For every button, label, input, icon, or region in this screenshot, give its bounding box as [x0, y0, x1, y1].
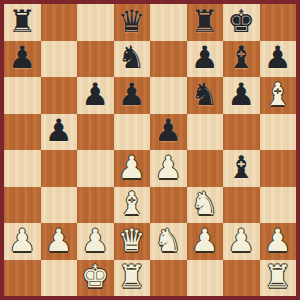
- white-rook: ♜: [118, 261, 146, 292]
- square-d8[interactable]: ♛: [114, 4, 151, 41]
- square-g7[interactable]: ♝: [223, 41, 260, 78]
- black-bishop: ♝: [227, 152, 255, 183]
- white-pawn: ♟: [191, 225, 219, 256]
- square-a2[interactable]: ♟: [4, 223, 41, 260]
- square-c7[interactable]: [77, 41, 114, 78]
- square-g6[interactable]: ♟: [223, 77, 260, 114]
- square-a3[interactable]: [4, 187, 41, 224]
- square-a5[interactable]: [4, 114, 41, 151]
- white-pawn: ♟: [8, 225, 36, 256]
- square-h3[interactable]: [260, 187, 297, 224]
- square-h4[interactable]: [260, 150, 297, 187]
- square-e1[interactable]: [150, 260, 187, 297]
- square-d4[interactable]: ♟: [114, 150, 151, 187]
- black-pawn: ♟: [227, 79, 255, 110]
- white-king: ♚: [81, 261, 109, 292]
- square-e3[interactable]: [150, 187, 187, 224]
- black-pawn: ♟: [154, 115, 182, 146]
- white-bishop: ♝: [118, 188, 146, 219]
- square-b7[interactable]: [41, 41, 78, 78]
- square-d5[interactable]: [114, 114, 151, 151]
- black-queen: ♛: [118, 6, 146, 37]
- square-d1[interactable]: ♜: [114, 260, 151, 297]
- black-rook: ♜: [8, 6, 36, 37]
- square-c4[interactable]: [77, 150, 114, 187]
- square-f2[interactable]: ♟: [187, 223, 224, 260]
- black-pawn: ♟: [264, 42, 292, 73]
- square-b4[interactable]: [41, 150, 78, 187]
- black-pawn: ♟: [45, 115, 73, 146]
- square-g8[interactable]: ♚: [223, 4, 260, 41]
- black-pawn: ♟: [118, 79, 146, 110]
- white-pawn: ♟: [118, 152, 146, 183]
- square-b3[interactable]: [41, 187, 78, 224]
- white-pawn: ♟: [264, 225, 292, 256]
- square-d6[interactable]: ♟: [114, 77, 151, 114]
- square-a8[interactable]: ♜: [4, 4, 41, 41]
- square-c6[interactable]: ♟: [77, 77, 114, 114]
- square-f7[interactable]: ♟: [187, 41, 224, 78]
- square-f8[interactable]: ♜: [187, 4, 224, 41]
- square-h6[interactable]: ♝: [260, 77, 297, 114]
- square-f6[interactable]: ♞: [187, 77, 224, 114]
- square-c8[interactable]: [77, 4, 114, 41]
- square-b1[interactable]: [41, 260, 78, 297]
- chess-board: ♜♛♜♚♟♞♟♝♟♟♟♞♟♝♟♟♟♟♝♝♞♟♟♟♛♞♟♟♟♚♜♜: [4, 4, 296, 296]
- white-bishop: ♝: [264, 79, 292, 110]
- square-d2[interactable]: ♛: [114, 223, 151, 260]
- square-c5[interactable]: [77, 114, 114, 151]
- square-d7[interactable]: ♞: [114, 41, 151, 78]
- square-a4[interactable]: [4, 150, 41, 187]
- square-h7[interactable]: ♟: [260, 41, 297, 78]
- square-e5[interactable]: ♟: [150, 114, 187, 151]
- white-pawn: ♟: [154, 152, 182, 183]
- square-g4[interactable]: ♝: [223, 150, 260, 187]
- square-f4[interactable]: [187, 150, 224, 187]
- square-e7[interactable]: [150, 41, 187, 78]
- square-e8[interactable]: [150, 4, 187, 41]
- square-h1[interactable]: ♜: [260, 260, 297, 297]
- black-knight: ♞: [191, 79, 219, 110]
- white-rook: ♜: [264, 261, 292, 292]
- square-c1[interactable]: ♚: [77, 260, 114, 297]
- square-d3[interactable]: ♝: [114, 187, 151, 224]
- white-pawn: ♟: [227, 225, 255, 256]
- square-h2[interactable]: ♟: [260, 223, 297, 260]
- square-h5[interactable]: [260, 114, 297, 151]
- square-b8[interactable]: [41, 4, 78, 41]
- black-knight: ♞: [118, 42, 146, 73]
- square-f1[interactable]: [187, 260, 224, 297]
- square-e6[interactable]: [150, 77, 187, 114]
- square-g2[interactable]: ♟: [223, 223, 260, 260]
- square-f5[interactable]: [187, 114, 224, 151]
- white-pawn: ♟: [45, 225, 73, 256]
- square-c3[interactable]: [77, 187, 114, 224]
- white-queen: ♛: [118, 225, 146, 256]
- black-pawn: ♟: [191, 42, 219, 73]
- black-pawn: ♟: [81, 79, 109, 110]
- square-g5[interactable]: [223, 114, 260, 151]
- square-a7[interactable]: ♟: [4, 41, 41, 78]
- square-e2[interactable]: ♞: [150, 223, 187, 260]
- square-b2[interactable]: ♟: [41, 223, 78, 260]
- white-knight: ♞: [154, 225, 182, 256]
- square-b5[interactable]: ♟: [41, 114, 78, 151]
- black-rook: ♜: [191, 6, 219, 37]
- square-h8[interactable]: [260, 4, 297, 41]
- square-b6[interactable]: [41, 77, 78, 114]
- white-pawn: ♟: [81, 225, 109, 256]
- square-g1[interactable]: [223, 260, 260, 297]
- square-a6[interactable]: [4, 77, 41, 114]
- square-g3[interactable]: [223, 187, 260, 224]
- square-f3[interactable]: ♞: [187, 187, 224, 224]
- black-bishop: ♝: [227, 42, 255, 73]
- black-pawn: ♟: [8, 42, 36, 73]
- square-e4[interactable]: ♟: [150, 150, 187, 187]
- square-a1[interactable]: [4, 260, 41, 297]
- black-king: ♚: [227, 6, 255, 37]
- chess-board-frame: ♜♛♜♚♟♞♟♝♟♟♟♞♟♝♟♟♟♟♝♝♞♟♟♟♛♞♟♟♟♚♜♜: [0, 0, 300, 300]
- white-knight: ♞: [191, 188, 219, 219]
- square-c2[interactable]: ♟: [77, 223, 114, 260]
